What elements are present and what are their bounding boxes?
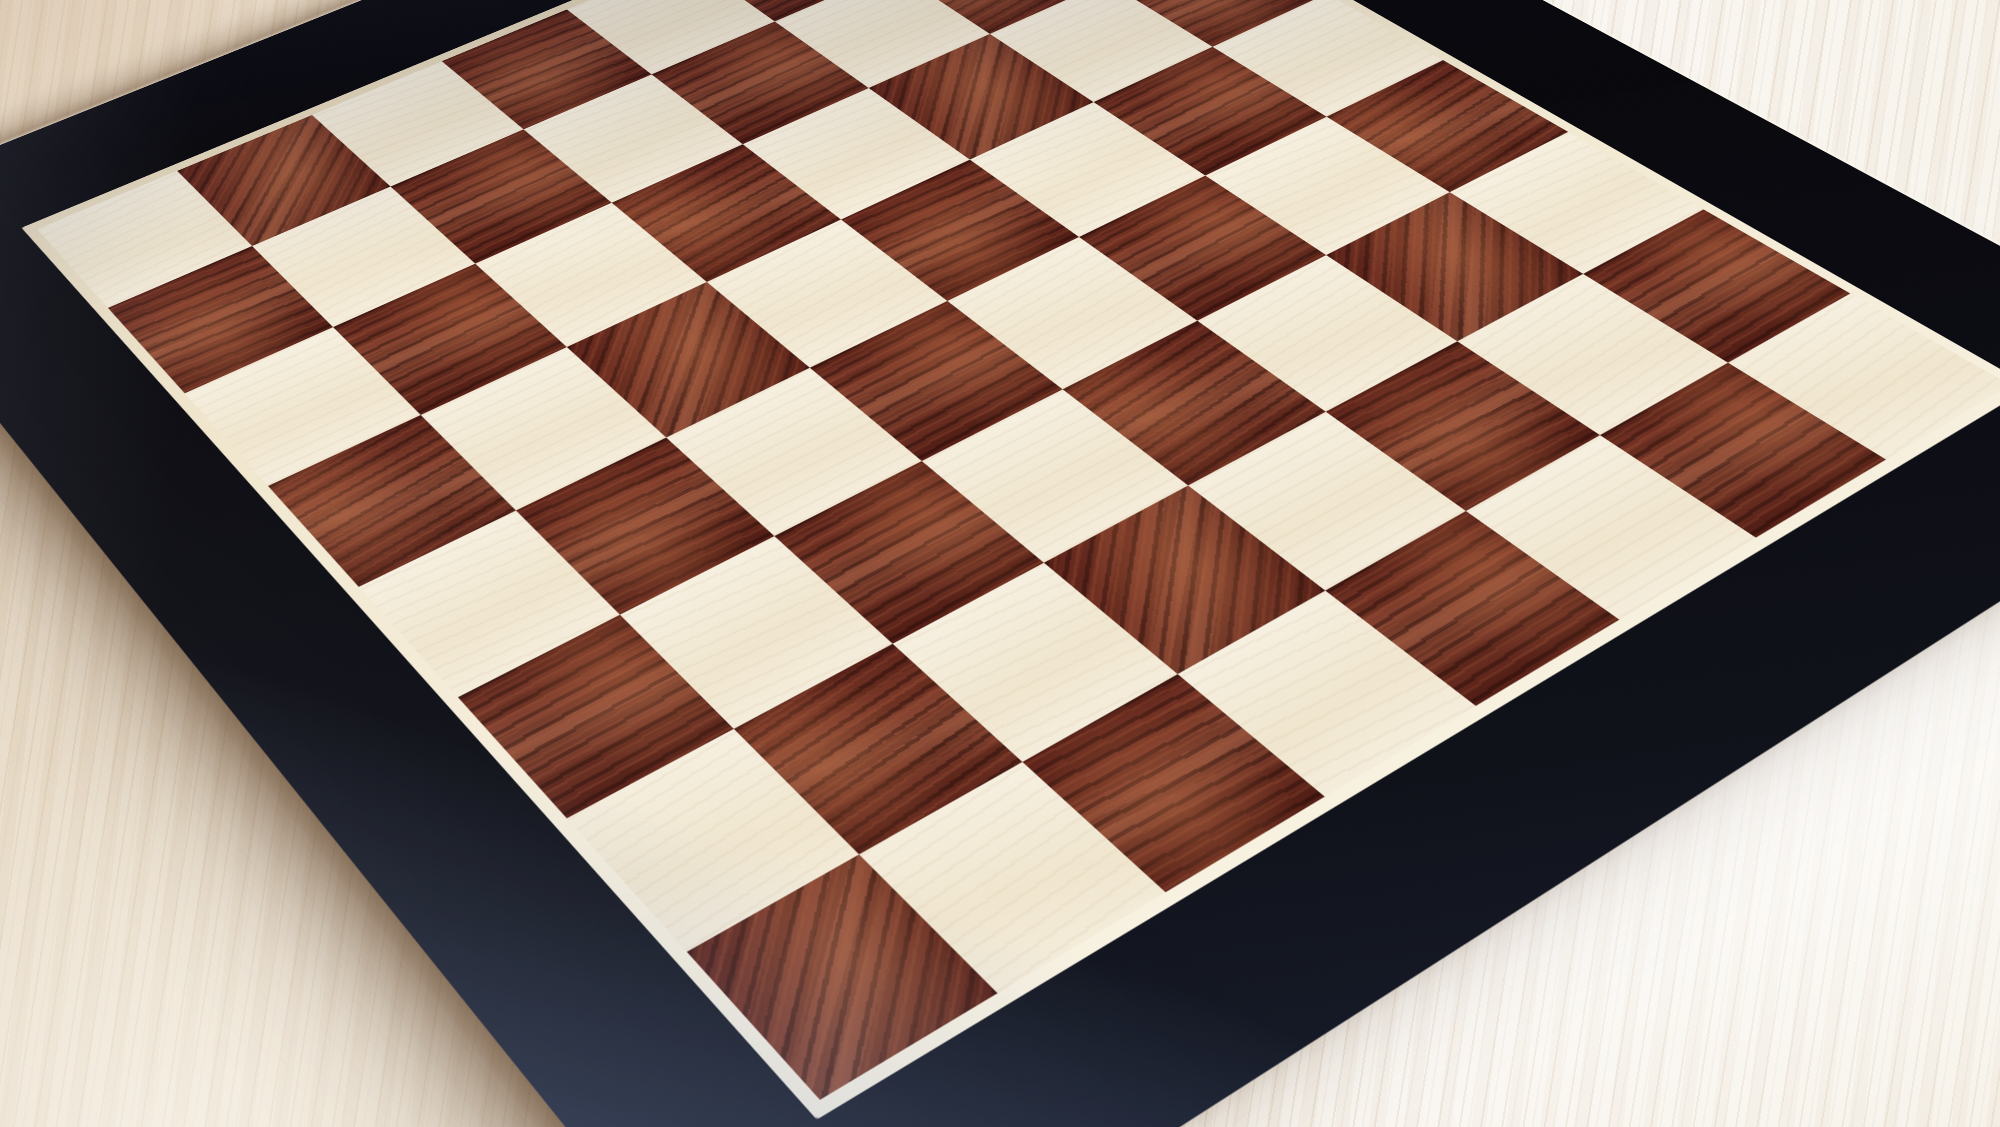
scene (0, 0, 2000, 1127)
